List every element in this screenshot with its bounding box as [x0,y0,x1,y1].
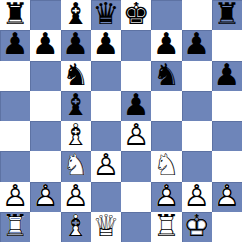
piece-black-pawn[interactable]: ♟ [212,61,242,91]
piece-glyph-outline: ♙ [212,181,242,211]
piece-glyph-fill: ♟ [212,60,242,90]
piece-glyph-outline: ♖ [151,211,181,241]
square-d3[interactable]: ♟♙ [91,151,121,181]
square-b6[interactable] [30,61,60,91]
square-f1[interactable]: ♜♖ [151,212,181,242]
square-a7[interactable]: ♟ [0,30,30,60]
piece-white-pawn[interactable]: ♟♙ [121,121,151,151]
square-b4[interactable] [30,121,60,151]
piece-glyph-fill: ♟ [91,29,121,59]
piece-white-king[interactable]: ♚♔ [182,212,212,242]
piece-glyph-outline: ♙ [61,181,91,211]
square-e4[interactable]: ♟♙ [121,121,151,151]
square-h8[interactable]: ♜ [212,0,242,30]
square-e7[interactable] [121,30,151,60]
piece-glyph-outline: ♙ [182,181,212,211]
square-d5[interactable] [91,91,121,121]
piece-glyph-outline: ♙ [151,181,181,211]
square-e3[interactable] [121,151,151,181]
piece-glyph-fill: ♟ [121,90,151,120]
piece-glyph-outline: ♙ [121,120,151,150]
piece-glyph-outline: ♗ [61,211,91,241]
square-d7[interactable]: ♟ [91,30,121,60]
piece-glyph-fill: ♟ [61,29,91,59]
piece-black-rook[interactable]: ♜ [212,0,242,30]
piece-glyph-fill: ♟ [30,29,60,59]
square-f5[interactable] [151,91,181,121]
square-b7[interactable]: ♟ [30,30,60,60]
square-a5[interactable] [0,91,30,121]
piece-white-pawn[interactable]: ♟♙ [91,151,121,181]
piece-glyph-fill: ♛ [91,0,121,29]
square-a4[interactable] [0,121,30,151]
square-h1[interactable] [212,212,242,242]
square-g4[interactable] [182,121,212,151]
chess-board: ♜♝♛♚♜♟♟♟♟♟♟♞♞♟♝♟♝♗♟♙♞♘♟♙♞♘♟♙♟♙♟♙♟♙♟♙♟♙♜♖… [0,0,242,242]
square-b2[interactable]: ♟♙ [30,182,60,212]
piece-glyph-outline: ♙ [30,181,60,211]
square-b1[interactable] [30,212,60,242]
piece-glyph-fill: ♝ [61,0,91,29]
piece-white-pawn[interactable]: ♟♙ [30,182,60,212]
piece-glyph-outline: ♔ [182,211,212,241]
piece-white-queen[interactable]: ♛♕ [91,212,121,242]
square-b5[interactable] [30,91,60,121]
square-h5[interactable] [212,91,242,121]
piece-glyph-fill: ♝ [61,90,91,120]
square-c1[interactable]: ♝♗ [61,212,91,242]
piece-glyph-fill: ♚ [121,0,151,29]
piece-glyph-fill: ♜ [212,0,242,29]
square-f6[interactable]: ♞ [151,61,181,91]
square-g7[interactable]: ♟ [182,30,212,60]
piece-glyph-outline: ♘ [61,150,91,180]
piece-glyph-fill: ♜ [0,0,30,29]
square-h2[interactable]: ♟♙ [212,182,242,212]
square-h4[interactable] [212,121,242,151]
piece-white-bishop[interactable]: ♝♗ [61,212,91,242]
piece-glyph-outline: ♗ [61,120,91,150]
piece-white-rook[interactable]: ♜♖ [0,212,30,242]
square-e2[interactable] [121,182,151,212]
piece-glyph-outline: ♘ [151,150,181,180]
piece-black-pawn[interactable]: ♟ [91,30,121,60]
square-g6[interactable] [182,61,212,91]
piece-glyph-outline: ♖ [0,211,30,241]
piece-glyph-fill: ♟ [182,29,212,59]
square-a6[interactable] [0,61,30,91]
square-e1[interactable] [121,212,151,242]
piece-black-knight[interactable]: ♞ [151,61,181,91]
square-g5[interactable] [182,91,212,121]
piece-glyph-fill: ♟ [0,29,30,59]
piece-black-king[interactable]: ♚ [121,0,151,30]
piece-black-pawn[interactable]: ♟ [0,30,30,60]
piece-glyph-outline: ♙ [0,181,30,211]
piece-glyph-outline: ♙ [91,150,121,180]
piece-black-pawn[interactable]: ♟ [182,30,212,60]
piece-white-pawn[interactable]: ♟♙ [212,182,242,212]
piece-black-pawn[interactable]: ♟ [30,30,60,60]
piece-glyph-outline: ♕ [91,211,121,241]
piece-glyph-fill: ♞ [151,60,181,90]
square-d6[interactable] [91,61,121,91]
piece-white-rook[interactable]: ♜♖ [151,212,181,242]
square-a1[interactable]: ♜♖ [0,212,30,242]
piece-glyph-fill: ♞ [61,60,91,90]
square-d1[interactable]: ♛♕ [91,212,121,242]
square-h6[interactable]: ♟ [212,61,242,91]
square-g1[interactable]: ♚♔ [182,212,212,242]
square-e8[interactable]: ♚ [121,0,151,30]
piece-glyph-fill: ♟ [151,29,181,59]
